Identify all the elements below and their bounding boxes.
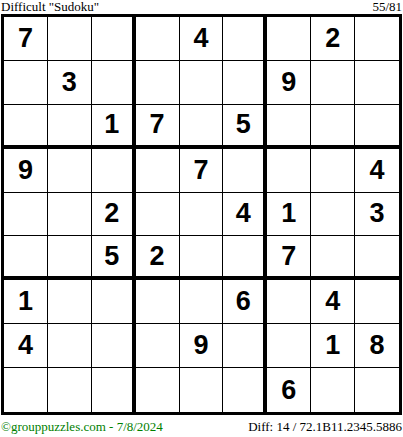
cell-r2c6-empty — [223, 61, 267, 105]
cell-r2c8-empty — [311, 61, 355, 105]
cell-r7c8-given: 4 — [311, 280, 355, 324]
difficulty-text: Diff: 14 / 72.1B11.2345.5886 — [248, 419, 403, 435]
cell-r1c7-empty — [267, 17, 311, 61]
cell-r5c2-empty — [48, 193, 92, 237]
cell-r9c9-empty — [355, 368, 399, 412]
cell-r6c3-given: 5 — [92, 236, 136, 280]
copyright-text: ©grouppuzzles.com - 7/8/2024 — [0, 419, 163, 435]
cell-r6c6-empty — [223, 236, 267, 280]
cell-r7c1-given: 1 — [4, 280, 48, 324]
cell-r5c9-given: 3 — [355, 193, 399, 237]
cell-r7c3-empty — [92, 280, 136, 324]
cell-r9c2-empty — [48, 368, 92, 412]
cell-r4c6-empty — [223, 149, 267, 193]
cell-r8c5-given: 9 — [180, 324, 224, 368]
cell-r5c6-given: 4 — [223, 193, 267, 237]
cell-r5c3-given: 2 — [92, 193, 136, 237]
cell-r2c5-empty — [180, 61, 224, 105]
cell-r9c5-empty — [180, 368, 224, 412]
cell-r3c5-empty — [180, 105, 224, 149]
cell-r4c7-empty — [267, 149, 311, 193]
cell-r3c8-empty — [311, 105, 355, 149]
cell-r1c2-empty — [48, 17, 92, 61]
cell-r5c8-empty — [311, 193, 355, 237]
cell-r4c2-empty — [48, 149, 92, 193]
cell-r7c9-empty — [355, 280, 399, 324]
cell-r2c2-given: 3 — [48, 61, 92, 105]
sudoku-grid: 74239175974241352716449186 — [1, 14, 402, 415]
footer: ©grouppuzzles.com - 7/8/2024 Diff: 14 / … — [0, 419, 403, 435]
cell-r8c2-empty — [48, 324, 92, 368]
cell-r1c8-given: 2 — [311, 17, 355, 61]
cell-r2c4-empty — [136, 61, 180, 105]
cell-r1c4-empty — [136, 17, 180, 61]
cell-r8c8-given: 1 — [311, 324, 355, 368]
cell-r2c7-given: 9 — [267, 61, 311, 105]
cell-r5c4-empty — [136, 193, 180, 237]
cell-r3c7-empty — [267, 105, 311, 149]
cell-r3c4-given: 7 — [136, 105, 180, 149]
sudoku-page: Difficult "Sudoku" 55/81 742391759742413… — [0, 0, 403, 437]
puzzle-title: Difficult "Sudoku" — [0, 0, 99, 13]
cell-r4c8-empty — [311, 149, 355, 193]
cell-r8c9-given: 8 — [355, 324, 399, 368]
cell-r7c5-empty — [180, 280, 224, 324]
cell-r5c1-empty — [4, 193, 48, 237]
cell-r6c4-given: 2 — [136, 236, 180, 280]
cell-r2c1-empty — [4, 61, 48, 105]
cell-r8c3-empty — [92, 324, 136, 368]
cell-r5c5-empty — [180, 193, 224, 237]
cell-r9c3-empty — [92, 368, 136, 412]
cell-r3c6-given: 5 — [223, 105, 267, 149]
cell-r1c6-empty — [223, 17, 267, 61]
cell-r3c2-empty — [48, 105, 92, 149]
cell-r4c3-empty — [92, 149, 136, 193]
cell-r9c7-given: 6 — [267, 368, 311, 412]
cell-r8c4-empty — [136, 324, 180, 368]
cell-r3c1-empty — [4, 105, 48, 149]
cell-r3c9-empty — [355, 105, 399, 149]
cell-r7c6-given: 6 — [223, 280, 267, 324]
cell-r4c5-given: 7 — [180, 149, 224, 193]
cell-r9c6-empty — [223, 368, 267, 412]
cell-r6c2-empty — [48, 236, 92, 280]
header: Difficult "Sudoku" 55/81 — [0, 0, 403, 14]
cell-r9c8-empty — [311, 368, 355, 412]
cell-r6c9-empty — [355, 236, 399, 280]
cell-r6c1-empty — [4, 236, 48, 280]
cell-r8c6-empty — [223, 324, 267, 368]
cell-r1c5-given: 4 — [180, 17, 224, 61]
cell-r8c1-given: 4 — [4, 324, 48, 368]
cell-r1c9-empty — [355, 17, 399, 61]
cell-r1c1-given: 7 — [4, 17, 48, 61]
cell-r2c3-empty — [92, 61, 136, 105]
empty-cell-counter: 55/81 — [372, 0, 403, 13]
cell-r4c9-given: 4 — [355, 149, 399, 193]
cell-r1c3-empty — [92, 17, 136, 61]
cell-r6c7-given: 7 — [267, 236, 311, 280]
cell-r8c7-empty — [267, 324, 311, 368]
cell-r7c7-empty — [267, 280, 311, 324]
cell-r4c1-given: 9 — [4, 149, 48, 193]
cell-r5c7-given: 1 — [267, 193, 311, 237]
cell-r3c3-given: 1 — [92, 105, 136, 149]
cell-r7c2-empty — [48, 280, 92, 324]
cell-r9c4-empty — [136, 368, 180, 412]
cell-r2c9-empty — [355, 61, 399, 105]
cell-r4c4-empty — [136, 149, 180, 193]
cell-r6c8-empty — [311, 236, 355, 280]
cell-r6c5-empty — [180, 236, 224, 280]
cell-r9c1-empty — [4, 368, 48, 412]
cell-r7c4-empty — [136, 280, 180, 324]
